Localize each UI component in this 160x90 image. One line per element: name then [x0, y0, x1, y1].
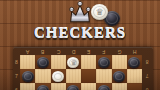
board: ♛ [20, 55, 142, 90]
square-g8[interactable] [112, 55, 127, 69]
coordinate-label: D [66, 48, 81, 55]
coordinate-label: 6 [143, 83, 151, 90]
coordinate-label: 7 [13, 69, 20, 83]
square-b7[interactable] [35, 69, 50, 83]
coordinate-label: 7 [143, 69, 151, 83]
rank-labels-left: 87654321 [13, 55, 20, 90]
board-frame: ABCDEFGH 87654321 87654321 ♛ [13, 47, 153, 90]
square-h7[interactable] [127, 69, 142, 83]
rank-labels-right: 87654321 [143, 55, 151, 90]
coordinate-label: 8 [13, 55, 20, 69]
square-e7[interactable] [81, 69, 96, 83]
game-title: CHECKERS [0, 25, 160, 41]
coordinate-label: F [96, 48, 111, 55]
square-e6[interactable] [81, 83, 96, 90]
king-crown-icon: ♛ [91, 4, 108, 20]
square-d7[interactable] [66, 69, 81, 83]
square-a6[interactable] [20, 83, 35, 90]
white-man-c7[interactable] [52, 71, 64, 82]
square-f7[interactable] [96, 69, 111, 83]
black-man-f8[interactable] [98, 57, 110, 68]
decor-white-king-piece: ♛ [91, 4, 108, 20]
coordinate-label: E [81, 48, 96, 55]
square-g6[interactable] [112, 83, 127, 90]
square-c8[interactable] [51, 55, 66, 69]
black-man-g7[interactable] [113, 71, 125, 82]
coordinate-label: H [127, 48, 142, 55]
coordinate-label: G [112, 48, 127, 55]
king-crown-icon: ♛ [67, 57, 79, 68]
square-c6[interactable] [51, 83, 66, 90]
black-man-h8[interactable] [128, 57, 140, 68]
coordinate-label: 6 [13, 83, 20, 90]
square-a8[interactable] [20, 55, 35, 69]
file-labels: ABCDEFGH [20, 48, 142, 55]
coordinate-label: C [51, 48, 66, 55]
coordinate-label: B [35, 48, 50, 55]
black-man-a7[interactable] [22, 71, 34, 82]
black-man-b8[interactable] [37, 57, 49, 68]
white-king-d8[interactable]: ♛ [67, 57, 79, 68]
coordinate-label: 8 [143, 55, 151, 69]
square-h6[interactable] [127, 83, 142, 90]
coordinate-label: A [20, 48, 35, 55]
square-e8[interactable] [81, 55, 96, 69]
game-screen: ♛ CHECKERS ABCDEFGH 87654321 87654321 ♛ [0, 0, 160, 90]
